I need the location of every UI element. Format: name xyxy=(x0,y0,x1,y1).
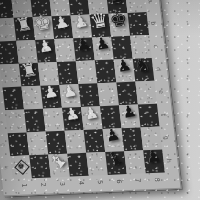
coord-rank-8: 8 xyxy=(148,170,164,190)
coord-file-right-a: a xyxy=(139,0,164,8)
square-f7[interactable]: ♟ xyxy=(119,105,141,129)
square-c6[interactable]: ♟ xyxy=(92,37,114,61)
coord-rank-5: 5 xyxy=(91,173,107,193)
logo-crown-icon: ♚ xyxy=(11,159,32,174)
coord-rank-4: 4 xyxy=(72,173,88,193)
coord-rank-6: 6 xyxy=(110,172,126,192)
coord-file-right-e: e xyxy=(149,85,174,100)
board-logo: ♚ xyxy=(10,155,32,179)
board-grid: ♛♜♚♟♟♛♚♟♟♟♜♟♞♟♟♟♟♟♟♝♝♟ xyxy=(0,0,165,179)
square-d8[interactable]: ♞ xyxy=(133,58,155,82)
coord-file-right-c: c xyxy=(144,39,169,54)
coord-rank-3: 3 xyxy=(53,174,69,194)
coord-file-right-f: f xyxy=(152,107,177,122)
square-c3[interactable]: ♟ xyxy=(35,39,57,63)
coord-rank-7: 7 xyxy=(129,171,145,191)
square-d5[interactable] xyxy=(76,60,98,84)
square-g4[interactable] xyxy=(65,130,87,154)
square-b7[interactable]: ♚ xyxy=(109,13,131,37)
black-knight[interactable]: ♞ xyxy=(132,53,155,78)
board-coordinates-bottom: 12345678 xyxy=(13,172,166,193)
coord-file-left-f: f xyxy=(0,117,12,128)
coord-file-right-g: g xyxy=(155,130,180,145)
coord-file-left-g: g xyxy=(0,139,15,150)
square-g2[interactable] xyxy=(27,132,49,156)
coord-file-right-b: b xyxy=(141,16,166,31)
chess-board: CHESS abcdefgh ♛♜♚♟♟♛♚♟♟♟♜♟♞♟♟♟♟♟♟♝♝♟ 12… xyxy=(0,0,182,196)
square-f2[interactable] xyxy=(24,109,46,133)
square-f5[interactable]: ♟ xyxy=(81,106,103,130)
square-e6[interactable] xyxy=(97,82,119,106)
square-d2[interactable]: ♜ xyxy=(19,63,41,87)
square-g7[interactable] xyxy=(122,127,144,151)
photo-chessboard-overhead: CHESS abcdefgh ♛♜♚♟♟♛♚♟♟♟♜♟♞♟♟♟♟♟♟♝♝♟ 12… xyxy=(0,0,200,200)
coord-rank-2: 2 xyxy=(34,175,50,195)
